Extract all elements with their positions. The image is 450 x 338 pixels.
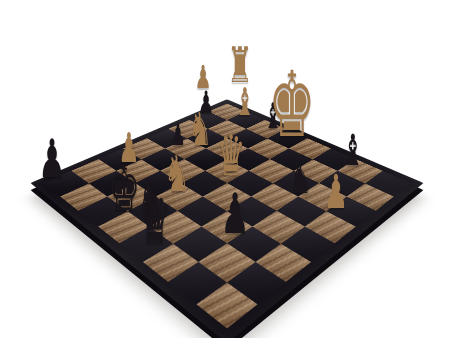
- piece-black-pawn-a1: ♟: [38, 132, 66, 185]
- piece-white-queen-d5: ♛: [216, 128, 245, 184]
- piece-black-queen-e2: ♛: [138, 188, 172, 253]
- pieces-layer: ♟♟♚♞♛♟♞♞♟♟♜♝♝♚♛♝♞♟♟: [0, 0, 450, 338]
- piece-black-king-c1: ♚: [108, 158, 140, 220]
- piece-white-bishop-b7: ♝: [235, 83, 255, 121]
- chess-set-photo: ♟♟♚♞♛♟♞♞♟♟♜♝♝♚♛♝♞♟♟: [0, 0, 450, 338]
- piece-white-king-d7: ♚: [268, 59, 315, 150]
- piece-black-pawn-f2: ♟: [220, 186, 249, 242]
- piece-white-pawn-h5: ♟: [324, 168, 348, 215]
- piece-white-knight-b5: ♞: [188, 106, 212, 152]
- piece-black-knight-f5: ♞: [291, 159, 312, 199]
